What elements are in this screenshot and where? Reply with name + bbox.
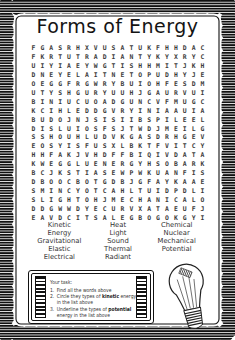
grid-cell[interactable]: G bbox=[56, 80, 65, 89]
grid-cell[interactable]: T bbox=[91, 177, 100, 186]
grid-cell[interactable]: O bbox=[47, 177, 56, 186]
grid-cell[interactable]: V bbox=[91, 44, 100, 53]
grid-cell[interactable]: A bbox=[162, 106, 171, 115]
grid-cell[interactable]: D bbox=[82, 106, 91, 115]
grid-cell[interactable]: Q bbox=[145, 151, 154, 160]
grid-cell[interactable]: Y bbox=[56, 71, 65, 80]
grid-cell[interactable]: U bbox=[65, 133, 74, 142]
grid-cell[interactable]: D bbox=[162, 71, 171, 80]
grid-cell[interactable]: U bbox=[91, 142, 100, 151]
grid-cell[interactable]: F bbox=[100, 124, 109, 133]
grid-cell[interactable]: J bbox=[118, 124, 127, 133]
grid-cell[interactable]: A bbox=[162, 169, 171, 178]
grid-cell[interactable]: N bbox=[47, 97, 56, 106]
grid-cell[interactable]: W bbox=[56, 204, 65, 213]
grid-cell[interactable]: I bbox=[82, 169, 91, 178]
grid-cell[interactable]: B bbox=[73, 177, 82, 186]
grid-cell[interactable]: E bbox=[65, 71, 74, 80]
grid-cell[interactable]: K bbox=[198, 160, 207, 169]
grid-cell[interactable]: Y bbox=[162, 53, 171, 62]
grid-cell[interactable]: F bbox=[154, 142, 163, 151]
grid-cell[interactable]: Y bbox=[145, 53, 154, 62]
grid-cell[interactable]: T bbox=[145, 142, 154, 151]
grid-cell[interactable]: D bbox=[100, 133, 109, 142]
grid-cell[interactable]: I bbox=[100, 115, 109, 124]
grid-cell[interactable]: C bbox=[73, 97, 82, 106]
grid-cell[interactable]: M bbox=[162, 124, 171, 133]
grid-cell[interactable]: D bbox=[162, 186, 171, 195]
grid-cell[interactable]: O bbox=[198, 195, 207, 204]
grid-cell[interactable]: O bbox=[82, 186, 91, 195]
grid-cell[interactable]: U bbox=[189, 88, 198, 97]
grid-cell[interactable]: S bbox=[91, 124, 100, 133]
grid-cell[interactable]: L bbox=[65, 106, 74, 115]
grid-cell[interactable]: Y bbox=[180, 71, 189, 80]
grid-cell[interactable]: I bbox=[136, 106, 145, 115]
grid-cell[interactable]: U bbox=[29, 88, 38, 97]
grid-cell[interactable]: I bbox=[171, 142, 180, 151]
grid-cell[interactable]: B bbox=[171, 160, 180, 169]
grid-cell[interactable]: T bbox=[56, 53, 65, 62]
grid-cell[interactable]: H bbox=[136, 62, 145, 71]
grid-cell[interactable]: A bbox=[180, 151, 189, 160]
grid-cell[interactable]: J bbox=[100, 195, 109, 204]
grid-cell[interactable]: S bbox=[56, 44, 65, 53]
grid-cell[interactable]: N bbox=[145, 106, 154, 115]
grid-cell[interactable]: J bbox=[189, 71, 198, 80]
grid-cell[interactable]: I bbox=[118, 62, 127, 71]
grid-cell[interactable]: J bbox=[47, 169, 56, 178]
grid-cell[interactable]: U bbox=[82, 88, 91, 97]
grid-cell[interactable]: L bbox=[73, 71, 82, 80]
grid-cell[interactable]: L bbox=[73, 160, 82, 169]
grid-cell[interactable]: E bbox=[91, 160, 100, 169]
grid-cell[interactable]: T bbox=[136, 53, 145, 62]
grid-cell[interactable]: E bbox=[171, 124, 180, 133]
grid-cell[interactable]: A bbox=[91, 169, 100, 178]
grid-cell[interactable]: I bbox=[198, 186, 207, 195]
grid-cell[interactable]: J bbox=[198, 204, 207, 213]
grid-cell[interactable]: S bbox=[29, 186, 38, 195]
grid-cell[interactable]: A bbox=[180, 177, 189, 186]
grid-cell[interactable]: V bbox=[109, 133, 118, 142]
grid-cell[interactable]: Y bbox=[162, 177, 171, 186]
grid-cell[interactable]: A bbox=[162, 204, 171, 213]
grid-cell[interactable]: T bbox=[171, 62, 180, 71]
grid-cell[interactable]: I bbox=[154, 151, 163, 160]
grid-cell[interactable]: I bbox=[162, 115, 171, 124]
grid-cell[interactable]: Y bbox=[127, 106, 136, 115]
grid-cell[interactable]: S bbox=[73, 142, 82, 151]
grid-cell[interactable]: U bbox=[127, 97, 136, 106]
grid-cell[interactable]: I bbox=[118, 115, 127, 124]
grid-cell[interactable]: N bbox=[154, 195, 163, 204]
grid-cell[interactable]: H bbox=[198, 62, 207, 71]
grid-cell[interactable]: C bbox=[100, 186, 109, 195]
grid-cell[interactable]: I bbox=[109, 53, 118, 62]
grid-cell[interactable]: H bbox=[127, 88, 136, 97]
grid-cell[interactable]: J bbox=[180, 62, 189, 71]
grid-cell[interactable]: F bbox=[118, 151, 127, 160]
grid-cell[interactable]: U bbox=[154, 71, 163, 80]
grid-cell[interactable]: Y bbox=[136, 160, 145, 169]
grid-cell[interactable]: J bbox=[127, 177, 136, 186]
grid-cell[interactable]: B bbox=[127, 151, 136, 160]
grid-cell[interactable]: D bbox=[29, 124, 38, 133]
grid-cell[interactable]: T bbox=[127, 44, 136, 53]
grid-cell[interactable]: H bbox=[38, 151, 47, 160]
grid-cell[interactable]: W bbox=[118, 169, 127, 178]
grid-cell[interactable]: U bbox=[109, 204, 118, 213]
grid-cell[interactable]: C bbox=[198, 53, 207, 62]
grid-cell[interactable]: M bbox=[154, 62, 163, 71]
grid-cell[interactable]: A bbox=[189, 44, 198, 53]
grid-cell[interactable]: W bbox=[136, 124, 145, 133]
grid-cell[interactable]: W bbox=[136, 169, 145, 178]
grid-cell[interactable]: S bbox=[100, 142, 109, 151]
grid-cell[interactable]: H bbox=[171, 133, 180, 142]
grid-cell[interactable]: Y bbox=[198, 142, 207, 151]
grid-cell[interactable]: G bbox=[65, 160, 74, 169]
grid-cell[interactable]: T bbox=[100, 71, 109, 80]
grid-cell[interactable]: T bbox=[180, 142, 189, 151]
grid-cell[interactable]: O bbox=[162, 160, 171, 169]
grid-cell[interactable]: F bbox=[65, 80, 74, 89]
grid-cell[interactable]: A bbox=[56, 151, 65, 160]
grid-cell[interactable]: I bbox=[154, 186, 163, 195]
grid-cell[interactable]: V bbox=[154, 97, 163, 106]
grid-cell[interactable]: L bbox=[189, 124, 198, 133]
grid-cell[interactable]: I bbox=[47, 195, 56, 204]
grid-cell[interactable]: R bbox=[180, 53, 189, 62]
grid-cell[interactable]: U bbox=[82, 160, 91, 169]
grid-cell[interactable]: C bbox=[145, 97, 154, 106]
grid-cell[interactable]: O bbox=[136, 71, 145, 80]
grid-cell[interactable]: U bbox=[38, 115, 47, 124]
grid-cell[interactable]: F bbox=[109, 151, 118, 160]
grid-cell[interactable]: T bbox=[127, 124, 136, 133]
grid-cell[interactable]: C bbox=[65, 177, 74, 186]
grid-cell[interactable]: A bbox=[180, 160, 189, 169]
grid-cell[interactable]: F bbox=[162, 80, 171, 89]
grid-cell[interactable]: R bbox=[189, 160, 198, 169]
grid-cell[interactable]: L bbox=[171, 115, 180, 124]
grid-cell[interactable]: E bbox=[118, 195, 127, 204]
grid-cell[interactable]: J bbox=[65, 115, 74, 124]
grid-cell[interactable]: B bbox=[29, 115, 38, 124]
grid-cell[interactable]: A bbox=[82, 71, 91, 80]
grid-cell[interactable]: D bbox=[91, 106, 100, 115]
grid-cell[interactable]: T bbox=[109, 62, 118, 71]
grid-cell[interactable]: L bbox=[38, 195, 47, 204]
grid-cell[interactable]: I bbox=[47, 106, 56, 115]
grid-cell[interactable]: U bbox=[65, 53, 74, 62]
grid-cell[interactable]: D bbox=[38, 204, 47, 213]
grid-cell[interactable]: E bbox=[47, 71, 56, 80]
grid-cell[interactable]: Y bbox=[109, 80, 118, 89]
grid-cell[interactable]: B bbox=[127, 142, 136, 151]
grid-cell[interactable]: N bbox=[73, 115, 82, 124]
grid-cell[interactable]: U bbox=[29, 62, 38, 71]
grid-cell[interactable]: G bbox=[82, 80, 91, 89]
grid-cell[interactable]: L bbox=[198, 115, 207, 124]
grid-cell[interactable]: Y bbox=[73, 186, 82, 195]
grid-cell[interactable]: G bbox=[47, 80, 56, 89]
grid-cell[interactable]: E bbox=[73, 106, 82, 115]
grid-cell[interactable]: T bbox=[189, 151, 198, 160]
grid-cell[interactable]: U bbox=[118, 88, 127, 97]
grid-cell[interactable]: S bbox=[47, 142, 56, 151]
grid-cell[interactable]: G bbox=[145, 88, 154, 97]
grid-cell[interactable]: R bbox=[162, 133, 171, 142]
grid-cell[interactable]: A bbox=[145, 195, 154, 204]
grid-cell[interactable]: B bbox=[29, 169, 38, 178]
grid-cell[interactable]: V bbox=[198, 133, 207, 142]
grid-cell[interactable]: O bbox=[56, 115, 65, 124]
grid-cell[interactable]: H bbox=[162, 44, 171, 53]
grid-cell[interactable]: M bbox=[38, 186, 47, 195]
grid-cell[interactable]: G bbox=[118, 97, 127, 106]
grid-cell[interactable]: A bbox=[171, 106, 180, 115]
grid-cell[interactable]: K bbox=[29, 106, 38, 115]
grid-cell[interactable]: G bbox=[136, 177, 145, 186]
grid-cell[interactable]: H bbox=[47, 133, 56, 142]
grid-cell[interactable]: C bbox=[100, 204, 109, 213]
grid-cell[interactable]: I bbox=[189, 106, 198, 115]
grid-cell[interactable]: D bbox=[145, 124, 154, 133]
grid-cell[interactable]: R bbox=[65, 44, 74, 53]
grid-cell[interactable]: K bbox=[38, 53, 47, 62]
grid-cell[interactable]: S bbox=[145, 115, 154, 124]
grid-cell[interactable]: C bbox=[171, 195, 180, 204]
grid-cell[interactable]: H bbox=[65, 88, 74, 97]
grid-cell[interactable]: O bbox=[82, 195, 91, 204]
grid-cell[interactable]: X bbox=[136, 204, 145, 213]
grid-cell[interactable]: W bbox=[91, 80, 100, 89]
grid-cell[interactable]: R bbox=[118, 204, 127, 213]
grid-cell[interactable]: V bbox=[82, 151, 91, 160]
grid-cell[interactable]: A bbox=[189, 177, 198, 186]
grid-cell[interactable]: F bbox=[29, 53, 38, 62]
grid-cell[interactable]: X bbox=[82, 44, 91, 53]
grid-cell[interactable]: D bbox=[109, 97, 118, 106]
grid-cell[interactable]: H bbox=[118, 186, 127, 195]
grid-cell[interactable]: H bbox=[56, 106, 65, 115]
grid-cell[interactable]: H bbox=[145, 62, 154, 71]
grid-cell[interactable]: K bbox=[29, 160, 38, 169]
grid-cell[interactable]: S bbox=[109, 44, 118, 53]
grid-cell[interactable]: H bbox=[91, 195, 100, 204]
grid-cell[interactable]: G bbox=[180, 133, 189, 142]
grid-cell[interactable]: I bbox=[47, 186, 56, 195]
grid-cell[interactable]: D bbox=[171, 151, 180, 160]
grid-cell[interactable]: S bbox=[145, 133, 154, 142]
grid-cell[interactable]: I bbox=[154, 106, 163, 115]
grid-cell[interactable]: U bbox=[136, 44, 145, 53]
grid-cell[interactable]: H bbox=[29, 151, 38, 160]
grid-cell[interactable]: I bbox=[162, 195, 171, 204]
grid-cell[interactable]: S bbox=[109, 124, 118, 133]
grid-cell[interactable]: A bbox=[100, 97, 109, 106]
grid-cell[interactable]: D bbox=[47, 115, 56, 124]
grid-cell[interactable]: A bbox=[118, 53, 127, 62]
grid-cell[interactable]: I bbox=[162, 62, 171, 71]
grid-cell[interactable]: H bbox=[91, 151, 100, 160]
grid-cell[interactable]: E bbox=[198, 177, 207, 186]
grid-cell[interactable]: F bbox=[189, 204, 198, 213]
grid-cell[interactable]: I bbox=[136, 80, 145, 89]
grid-cell[interactable]: K bbox=[171, 177, 180, 186]
grid-cell[interactable]: E bbox=[189, 115, 198, 124]
grid-cell[interactable]: F bbox=[145, 177, 154, 186]
grid-cell[interactable]: J bbox=[154, 124, 163, 133]
grid-cell[interactable]: C bbox=[198, 44, 207, 53]
grid-cell[interactable]: D bbox=[189, 80, 198, 89]
grid-cell[interactable]: N bbox=[136, 97, 145, 106]
grid-cell[interactable]: D bbox=[100, 53, 109, 62]
grid-cell[interactable]: G bbox=[100, 106, 109, 115]
grid-cell[interactable]: Y bbox=[47, 62, 56, 71]
grid-cell[interactable]: G bbox=[100, 177, 109, 186]
grid-cell[interactable]: G bbox=[127, 160, 136, 169]
grid-cell[interactable]: H bbox=[65, 195, 74, 204]
grid-cell[interactable]: C bbox=[127, 195, 136, 204]
grid-cell[interactable]: V bbox=[109, 106, 118, 115]
grid-cell[interactable]: E bbox=[73, 62, 82, 71]
grid-cell[interactable]: T bbox=[73, 53, 82, 62]
grid-cell[interactable]: O bbox=[56, 133, 65, 142]
grid-cell[interactable]: A bbox=[198, 151, 207, 160]
grid-cell[interactable]: G bbox=[198, 124, 207, 133]
grid-cell[interactable]: I bbox=[56, 62, 65, 71]
grid-cell[interactable]: S bbox=[180, 80, 189, 89]
grid-cell[interactable]: K bbox=[136, 142, 145, 151]
grid-cell[interactable]: C bbox=[38, 106, 47, 115]
grid-cell[interactable]: K bbox=[154, 53, 163, 62]
grid-cell[interactable]: R bbox=[118, 160, 127, 169]
grid-cell[interactable]: X bbox=[171, 53, 180, 62]
grid-cell[interactable]: T bbox=[136, 186, 145, 195]
grid-cell[interactable]: L bbox=[127, 186, 136, 195]
grid-cell[interactable]: H bbox=[171, 44, 180, 53]
grid-cell[interactable]: N bbox=[100, 160, 109, 169]
grid-cell[interactable]: D bbox=[154, 133, 163, 142]
grid-cell[interactable]: B bbox=[118, 80, 127, 89]
grid-cell[interactable]: R bbox=[118, 106, 127, 115]
grid-cell[interactable]: R bbox=[82, 53, 91, 62]
grid-cell[interactable]: A bbox=[65, 62, 74, 71]
grid-cell[interactable]: D bbox=[180, 186, 189, 195]
grid-cell[interactable]: T bbox=[73, 169, 82, 178]
grid-cell[interactable]: T bbox=[91, 186, 100, 195]
grid-cell[interactable]: D bbox=[29, 177, 38, 186]
grid-cell[interactable]: A bbox=[47, 44, 56, 53]
grid-cell[interactable]: I bbox=[180, 124, 189, 133]
grid-cell[interactable]: I bbox=[38, 97, 47, 106]
grid-cell[interactable]: B bbox=[118, 177, 127, 186]
grid-cell[interactable]: D bbox=[29, 204, 38, 213]
grid-cell[interactable]: U bbox=[127, 80, 136, 89]
grid-cell[interactable]: O bbox=[29, 80, 38, 89]
grid-cell[interactable]: R bbox=[73, 80, 82, 89]
grid-cell[interactable]: D bbox=[29, 71, 38, 80]
grid-cell[interactable]: E bbox=[47, 160, 56, 169]
grid-cell[interactable]: I bbox=[65, 142, 74, 151]
grid-cell[interactable]: S bbox=[154, 160, 163, 169]
grid-cell[interactable]: Y bbox=[82, 62, 91, 71]
grid-cell[interactable]: Y bbox=[189, 53, 198, 62]
grid-cell[interactable]: V bbox=[180, 88, 189, 97]
grid-cell[interactable]: V bbox=[162, 151, 171, 160]
grid-cell[interactable]: S bbox=[91, 115, 100, 124]
grid-cell[interactable]: R bbox=[47, 53, 56, 62]
grid-cell[interactable]: K bbox=[145, 169, 154, 178]
grid-cell[interactable]: E bbox=[171, 204, 180, 213]
grid-cell[interactable]: M bbox=[109, 195, 118, 204]
grid-cell[interactable]: F bbox=[29, 44, 38, 53]
grid-cell[interactable]: I bbox=[38, 124, 47, 133]
grid-cell[interactable]: N bbox=[171, 169, 180, 178]
grid-cell[interactable]: L bbox=[189, 186, 198, 195]
grid-cell[interactable]: I bbox=[189, 169, 198, 178]
grid-cell[interactable]: S bbox=[29, 133, 38, 142]
grid-cell[interactable]: A bbox=[136, 133, 145, 142]
grid-cell[interactable]: N bbox=[56, 186, 65, 195]
grid-cell[interactable]: U bbox=[82, 97, 91, 106]
grid-cell[interactable]: G bbox=[47, 204, 56, 213]
grid-cell[interactable]: N bbox=[38, 71, 47, 80]
grid-cell[interactable]: E bbox=[118, 71, 127, 80]
grid-cell[interactable]: O bbox=[145, 80, 154, 89]
grid-cell[interactable]: A bbox=[180, 195, 189, 204]
grid-cell[interactable]: U bbox=[180, 97, 189, 106]
grid-cell[interactable]: B bbox=[38, 177, 47, 186]
grid-cell[interactable]: E bbox=[109, 169, 118, 178]
grid-cell[interactable]: X bbox=[109, 142, 118, 151]
grid-cell[interactable]: S bbox=[198, 169, 207, 178]
grid-cell[interactable]: G bbox=[73, 88, 82, 97]
grid-cell[interactable]: G bbox=[56, 195, 65, 204]
grid-cell[interactable]: S bbox=[109, 115, 118, 124]
grid-cell[interactable]: E bbox=[189, 133, 198, 142]
grid-cell[interactable]: H bbox=[154, 80, 163, 89]
grid-cell[interactable]: L bbox=[82, 133, 91, 142]
grid-cell[interactable]: O bbox=[56, 177, 65, 186]
grid-cell[interactable]: I bbox=[198, 88, 207, 97]
grid-cell[interactable]: U bbox=[65, 124, 74, 133]
grid-cell[interactable]: T bbox=[73, 195, 82, 204]
grid-cell[interactable]: U bbox=[180, 204, 189, 213]
grid-cell[interactable]: B bbox=[29, 97, 38, 106]
grid-cell[interactable]: B bbox=[136, 115, 145, 124]
grid-cell[interactable]: J bbox=[82, 115, 91, 124]
grid-cell[interactable]: C bbox=[65, 186, 74, 195]
grid-cell[interactable]: A bbox=[154, 177, 163, 186]
grid-cell[interactable]: I bbox=[56, 97, 65, 106]
grid-cell[interactable]: O bbox=[38, 142, 47, 151]
grid-cell[interactable]: Y bbox=[82, 204, 91, 213]
grid-cell[interactable]: R bbox=[171, 88, 180, 97]
grid-cell[interactable]: C bbox=[189, 142, 198, 151]
grid-cell[interactable]: E bbox=[91, 204, 100, 213]
grid-cell[interactable]: T bbox=[154, 204, 163, 213]
grid-cell[interactable]: T bbox=[38, 88, 47, 97]
grid-cell[interactable]: V bbox=[127, 204, 136, 213]
grid-cell[interactable]: S bbox=[47, 124, 56, 133]
grid-cell[interactable]: H bbox=[171, 71, 180, 80]
grid-cell[interactable]: E bbox=[29, 142, 38, 151]
grid-cell[interactable]: S bbox=[100, 169, 109, 178]
